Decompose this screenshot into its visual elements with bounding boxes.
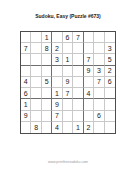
- cell-r6c5: 7: [63, 88, 73, 99]
- cell-r1c9: [105, 32, 115, 43]
- cell-r2c5: [63, 43, 73, 54]
- cell-r2c9: 3: [105, 43, 115, 54]
- cell-r3c5: 1: [63, 54, 73, 65]
- cell-r5c8: 7: [94, 77, 104, 88]
- cell-r5c7: [84, 77, 94, 88]
- cell-r5c9: 6: [105, 77, 115, 88]
- cell-r3c2: [31, 54, 41, 65]
- cell-r6c8: [94, 88, 104, 99]
- cell-r8c8: 6: [94, 111, 104, 122]
- cell-r1c8: [94, 32, 104, 43]
- cell-r4c9: 2: [105, 66, 115, 77]
- cell-r1c6: 7: [73, 32, 83, 43]
- cell-r9c8: [94, 122, 104, 133]
- cell-r7c7: [84, 99, 94, 110]
- sudoku-grid: 16778233175932459766174199768412: [20, 31, 116, 134]
- cell-r3c7: 7: [84, 54, 94, 65]
- cell-r5c1: 4: [21, 77, 31, 88]
- cell-r4c5: [63, 66, 73, 77]
- cell-r9c6: 1: [73, 122, 83, 133]
- cell-r8c1: 9: [21, 111, 31, 122]
- cell-r3c1: [21, 54, 31, 65]
- cell-r4c4: [52, 66, 62, 77]
- cell-r9c5: [63, 122, 73, 133]
- cell-r7c3: [42, 99, 52, 110]
- cell-r2c6: [73, 43, 83, 54]
- cell-r3c9: 5: [105, 54, 115, 65]
- page-title: Sudoku, Easy (Puzzle #673): [0, 13, 136, 19]
- cell-r6c7: 4: [84, 88, 94, 99]
- cell-r8c4: 7: [52, 111, 62, 122]
- cell-r2c1: 7: [21, 43, 31, 54]
- cell-r4c6: [73, 66, 83, 77]
- cell-r6c2: [31, 88, 41, 99]
- cell-r4c7: 9: [84, 66, 94, 77]
- cell-r9c1: [21, 122, 31, 133]
- cell-r8c9: [105, 111, 115, 122]
- cell-r6c6: [73, 88, 83, 99]
- cell-r2c8: [94, 43, 104, 54]
- cell-r6c3: [42, 88, 52, 99]
- cell-r5c4: [52, 77, 62, 88]
- cell-r9c4: 4: [52, 122, 62, 133]
- cell-r5c6: [73, 77, 83, 88]
- cell-r7c2: [31, 99, 41, 110]
- cell-r9c9: [105, 122, 115, 133]
- printable-sudoku-page: Sudoku, Easy (Puzzle #673) 1677823317593…: [0, 0, 136, 176]
- cell-r1c7: [84, 32, 94, 43]
- cell-r5c2: [31, 77, 41, 88]
- cell-r7c9: [105, 99, 115, 110]
- cell-r7c1: 1: [21, 99, 31, 110]
- cell-r1c3: 1: [42, 32, 52, 43]
- cell-r2c2: [31, 43, 41, 54]
- cell-r5c5: 9: [63, 77, 73, 88]
- cell-r4c3: [42, 66, 52, 77]
- cell-r7c5: [63, 99, 73, 110]
- cell-r3c8: [94, 54, 104, 65]
- cell-r1c5: 6: [63, 32, 73, 43]
- cell-r2c4: 2: [52, 43, 62, 54]
- cell-r8c3: [42, 111, 52, 122]
- cell-r6c4: 1: [52, 88, 62, 99]
- cell-r8c2: [31, 111, 41, 122]
- cell-r6c1: 6: [21, 88, 31, 99]
- cell-r1c1: [21, 32, 31, 43]
- cell-r3c6: [73, 54, 83, 65]
- footer-url: www.printfreesudoku.com: [0, 160, 136, 164]
- cell-r1c2: [31, 32, 41, 43]
- cell-r1c4: [52, 32, 62, 43]
- cell-r8c6: [73, 111, 83, 122]
- cell-r3c4: 3: [52, 54, 62, 65]
- cell-r5c3: 5: [42, 77, 52, 88]
- cell-r7c4: 9: [52, 99, 62, 110]
- cell-r8c7: [84, 111, 94, 122]
- cell-r9c2: 8: [31, 122, 41, 133]
- cell-r4c8: 3: [94, 66, 104, 77]
- cell-r7c6: [73, 99, 83, 110]
- cell-r9c3: [42, 122, 52, 133]
- cell-r2c3: 8: [42, 43, 52, 54]
- cell-r2c7: [84, 43, 94, 54]
- cell-r7c8: [94, 99, 104, 110]
- cell-r8c5: [63, 111, 73, 122]
- cell-r4c1: [21, 66, 31, 77]
- cell-r3c3: [42, 54, 52, 65]
- cell-r4c2: [31, 66, 41, 77]
- cell-r9c7: 2: [84, 122, 94, 133]
- cell-r6c9: [105, 88, 115, 99]
